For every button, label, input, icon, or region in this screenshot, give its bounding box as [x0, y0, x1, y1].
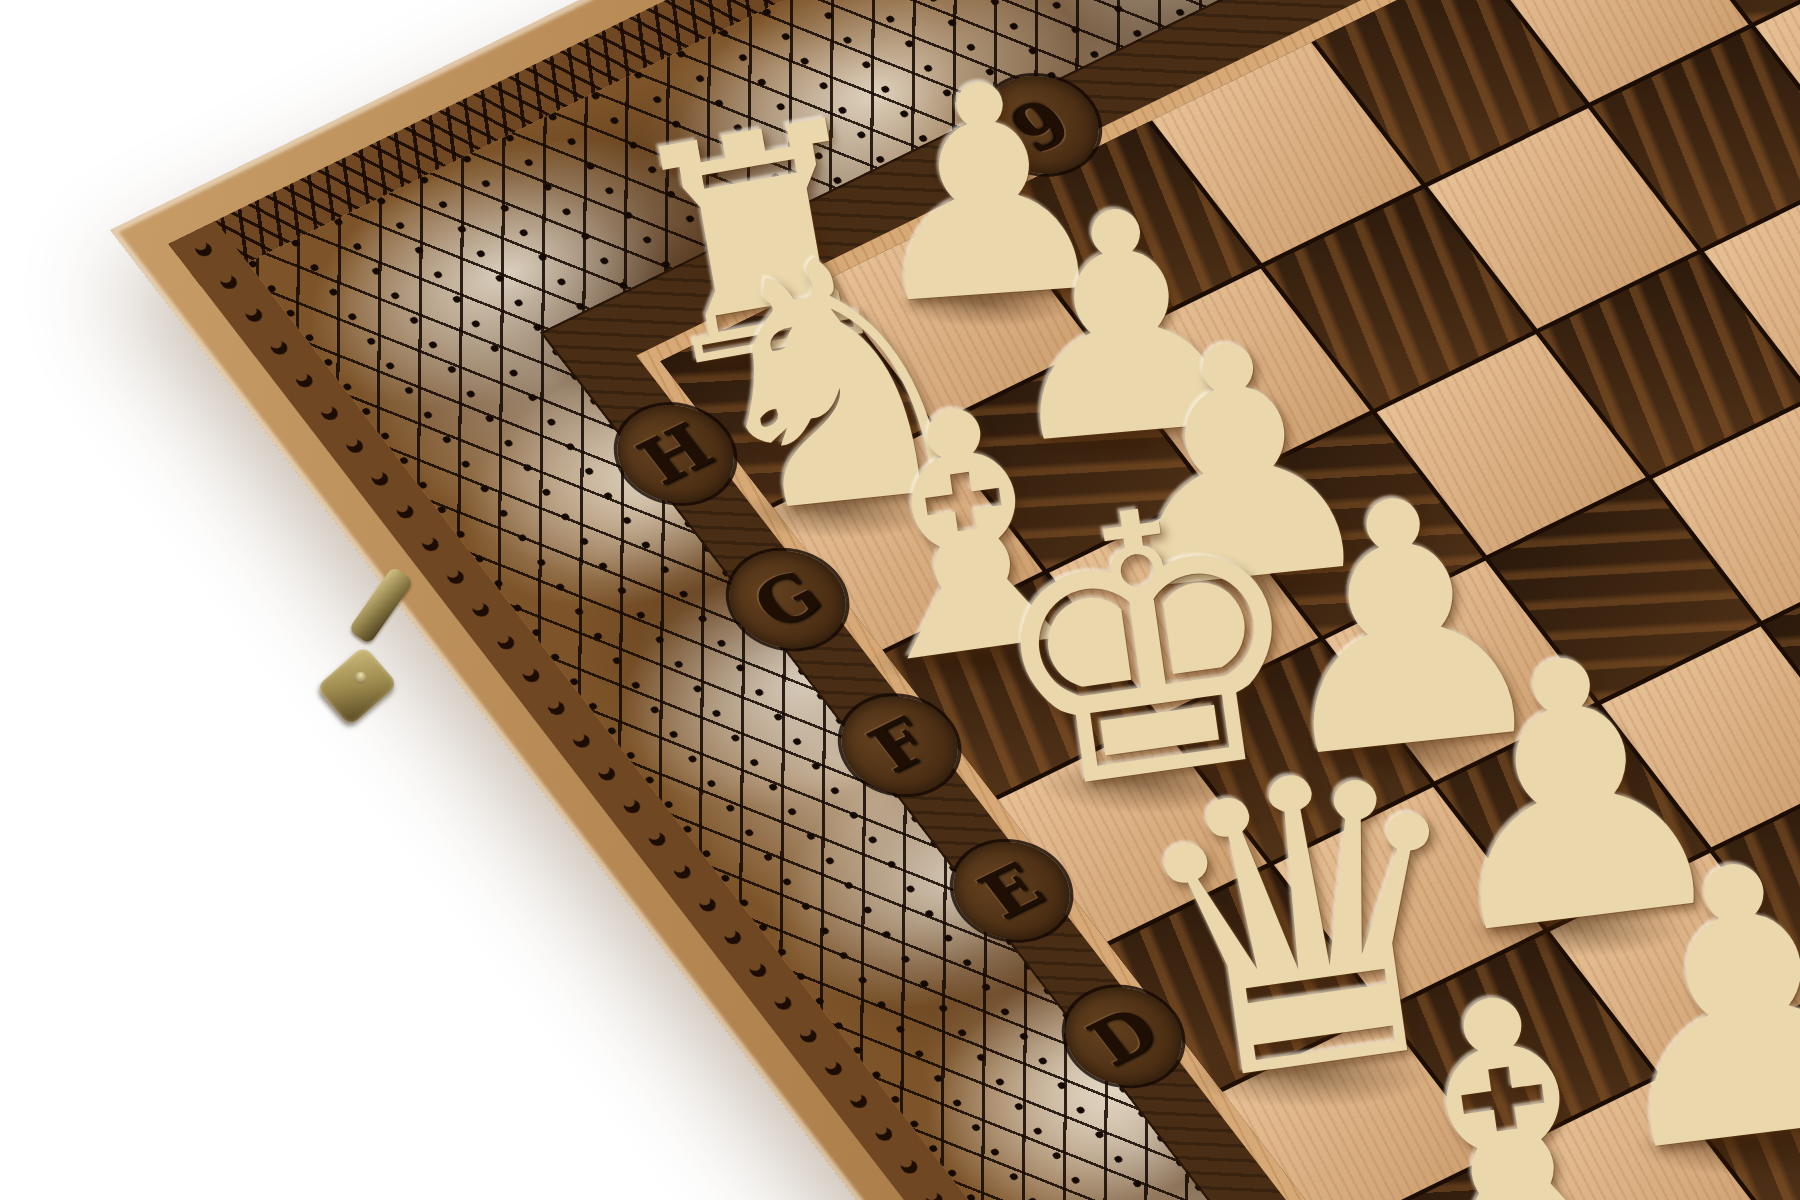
clasp-hook	[348, 566, 414, 645]
clasp-plate	[316, 645, 398, 726]
photo-stage: HGFED6 ♟♜♟♞♟♝♟♚♟♛♟♝	[0, 0, 1800, 1200]
